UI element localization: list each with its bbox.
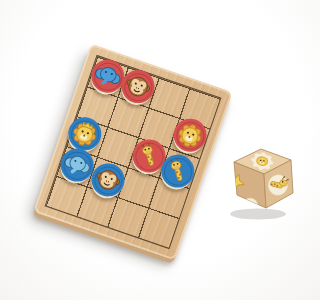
scene: [0, 0, 300, 300]
die-shadow: [230, 209, 286, 220]
animal-die[interactable]: [225, 145, 295, 221]
